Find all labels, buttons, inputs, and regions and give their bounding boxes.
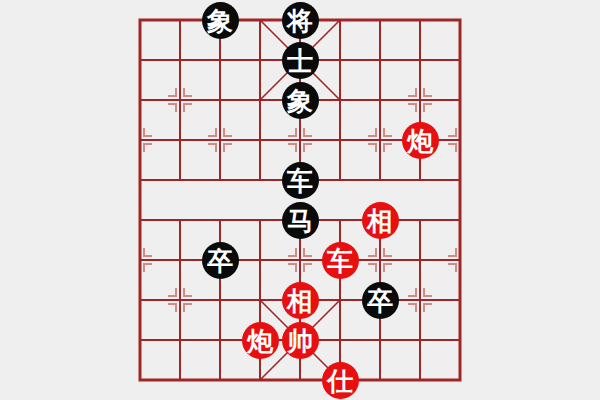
- piece-glyph: 将: [287, 8, 313, 34]
- piece-red-elephant[interactable]: 相: [362, 202, 399, 239]
- piece-black-chariot[interactable]: 车: [282, 162, 319, 199]
- piece-glyph: 卒: [207, 248, 233, 274]
- piece-black-soldier[interactable]: 卒: [362, 282, 399, 319]
- piece-glyph: 炮: [407, 128, 433, 154]
- piece-black-general[interactable]: 将: [282, 2, 319, 39]
- piece-glyph: 马: [287, 208, 313, 234]
- piece-black-soldier[interactable]: 卒: [202, 242, 239, 279]
- piece-black-elephant[interactable]: 象: [202, 2, 239, 39]
- piece-glyph: 仕: [327, 368, 353, 394]
- piece-glyph: 车: [287, 168, 313, 194]
- piece-black-horse[interactable]: 马: [282, 202, 319, 239]
- piece-red-elephant[interactable]: 相: [282, 282, 319, 319]
- piece-glyph: 士: [287, 48, 313, 74]
- piece-glyph: 卒: [367, 288, 393, 314]
- piece-red-advisor[interactable]: 仕: [322, 362, 359, 399]
- piece-glyph: 象: [207, 8, 233, 34]
- piece-red-cannon[interactable]: 炮: [402, 122, 439, 159]
- piece-glyph: 象: [287, 88, 313, 114]
- piece-black-elephant[interactable]: 象: [282, 82, 319, 119]
- piece-glyph: 相: [287, 288, 313, 314]
- piece-black-advisor[interactable]: 士: [282, 42, 319, 79]
- xiangqi-app: 象将士象炮车马相卒车相卒炮帅仕: [0, 0, 600, 400]
- piece-glyph: 帅: [287, 328, 313, 354]
- piece-glyph: 相: [367, 208, 393, 234]
- piece-glyph: 炮: [247, 328, 273, 354]
- piece-red-chariot[interactable]: 车: [322, 242, 359, 279]
- piece-red-general[interactable]: 帅: [282, 322, 319, 359]
- piece-red-cannon[interactable]: 炮: [242, 322, 279, 359]
- piece-glyph: 车: [327, 248, 353, 274]
- pieces-layer: 象将士象炮车马相卒车相卒炮帅仕: [120, 0, 480, 400]
